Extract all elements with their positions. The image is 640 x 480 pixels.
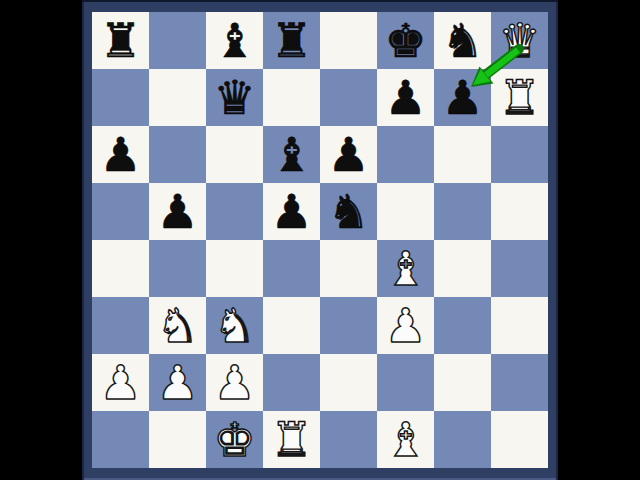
chess-board-frame: ♜♝♜♚♞♛♛♟♟♜♟♝♟♟♟♞♝♞♞♟♟♟♟♚♜♝ — [82, 0, 558, 480]
square-d7[interactable] — [263, 69, 320, 126]
square-a5[interactable] — [92, 183, 149, 240]
square-e7[interactable] — [320, 69, 377, 126]
square-d4[interactable] — [263, 240, 320, 297]
white-pawn-f3: ♟ — [384, 297, 426, 354]
black-pawn-d5: ♟ — [270, 183, 312, 240]
square-h3[interactable] — [491, 297, 548, 354]
square-d3[interactable] — [263, 297, 320, 354]
square-e1[interactable] — [320, 411, 377, 468]
square-g1[interactable] — [434, 411, 491, 468]
square-h5[interactable] — [491, 183, 548, 240]
square-a8[interactable]: ♜ — [92, 12, 149, 69]
square-h6[interactable] — [491, 126, 548, 183]
square-h4[interactable] — [491, 240, 548, 297]
square-f2[interactable] — [377, 354, 434, 411]
square-a3[interactable] — [92, 297, 149, 354]
square-f3[interactable]: ♟ — [377, 297, 434, 354]
black-knight-g8: ♞ — [441, 12, 483, 69]
square-f5[interactable] — [377, 183, 434, 240]
square-c8[interactable]: ♝ — [206, 12, 263, 69]
square-c4[interactable] — [206, 240, 263, 297]
white-bishop-f1: ♝ — [384, 411, 426, 468]
square-f4[interactable]: ♝ — [377, 240, 434, 297]
square-d8[interactable]: ♜ — [263, 12, 320, 69]
square-f7[interactable]: ♟ — [377, 69, 434, 126]
square-e4[interactable] — [320, 240, 377, 297]
square-c2[interactable]: ♟ — [206, 354, 263, 411]
square-g4[interactable] — [434, 240, 491, 297]
square-d6[interactable]: ♝ — [263, 126, 320, 183]
black-pawn-g7: ♟ — [441, 69, 483, 126]
square-d1[interactable]: ♜ — [263, 411, 320, 468]
square-e8[interactable] — [320, 12, 377, 69]
square-g5[interactable] — [434, 183, 491, 240]
black-pawn-a6: ♟ — [99, 126, 141, 183]
square-c6[interactable] — [206, 126, 263, 183]
black-king-f8: ♚ — [384, 12, 426, 69]
black-pawn-e6: ♟ — [327, 126, 369, 183]
square-g6[interactable] — [434, 126, 491, 183]
square-a4[interactable] — [92, 240, 149, 297]
black-rook-d8: ♜ — [270, 12, 312, 69]
square-b2[interactable]: ♟ — [149, 354, 206, 411]
square-f1[interactable]: ♝ — [377, 411, 434, 468]
black-pawn-f7: ♟ — [384, 69, 426, 126]
white-queen-h8: ♛ — [498, 12, 540, 69]
square-a6[interactable]: ♟ — [92, 126, 149, 183]
video-frame: ♜♝♜♚♞♛♛♟♟♜♟♝♟♟♟♞♝♞♞♟♟♟♟♚♜♝ — [0, 0, 640, 480]
white-knight-c3: ♞ — [213, 297, 255, 354]
white-rook-d1: ♜ — [270, 411, 312, 468]
black-rook-a8: ♜ — [99, 12, 141, 69]
chess-board: ♜♝♜♚♞♛♛♟♟♜♟♝♟♟♟♞♝♞♞♟♟♟♟♚♜♝ — [92, 12, 548, 468]
white-bishop-f4: ♝ — [384, 240, 426, 297]
square-h1[interactable] — [491, 411, 548, 468]
square-h7[interactable]: ♜ — [491, 69, 548, 126]
square-f8[interactable]: ♚ — [377, 12, 434, 69]
square-h8[interactable]: ♛ — [491, 12, 548, 69]
white-king-c1: ♚ — [213, 411, 255, 468]
square-b3[interactable]: ♞ — [149, 297, 206, 354]
square-c1[interactable]: ♚ — [206, 411, 263, 468]
square-b1[interactable] — [149, 411, 206, 468]
square-b8[interactable] — [149, 12, 206, 69]
black-bishop-d6: ♝ — [270, 126, 312, 183]
right-letterbox — [558, 0, 640, 480]
square-c7[interactable]: ♛ — [206, 69, 263, 126]
square-b7[interactable] — [149, 69, 206, 126]
square-a2[interactable]: ♟ — [92, 354, 149, 411]
square-a7[interactable] — [92, 69, 149, 126]
white-pawn-c2: ♟ — [213, 354, 255, 411]
black-queen-c7: ♛ — [213, 69, 255, 126]
white-knight-b3: ♞ — [156, 297, 198, 354]
square-d5[interactable]: ♟ — [263, 183, 320, 240]
left-letterbox — [0, 0, 82, 480]
square-g2[interactable] — [434, 354, 491, 411]
black-bishop-c8: ♝ — [213, 12, 255, 69]
black-knight-e5: ♞ — [327, 183, 369, 240]
square-g8[interactable]: ♞ — [434, 12, 491, 69]
square-c3[interactable]: ♞ — [206, 297, 263, 354]
square-b5[interactable]: ♟ — [149, 183, 206, 240]
square-g3[interactable] — [434, 297, 491, 354]
square-e5[interactable]: ♞ — [320, 183, 377, 240]
square-d2[interactable] — [263, 354, 320, 411]
square-e2[interactable] — [320, 354, 377, 411]
square-b4[interactable] — [149, 240, 206, 297]
square-a1[interactable] — [92, 411, 149, 468]
square-h2[interactable] — [491, 354, 548, 411]
white-pawn-a2: ♟ — [99, 354, 141, 411]
square-g7[interactable]: ♟ — [434, 69, 491, 126]
square-e6[interactable]: ♟ — [320, 126, 377, 183]
black-pawn-b5: ♟ — [156, 183, 198, 240]
white-pawn-b2: ♟ — [156, 354, 198, 411]
square-c5[interactable] — [206, 183, 263, 240]
square-e3[interactable] — [320, 297, 377, 354]
square-f6[interactable] — [377, 126, 434, 183]
square-b6[interactable] — [149, 126, 206, 183]
white-rook-h7: ♜ — [498, 69, 540, 126]
